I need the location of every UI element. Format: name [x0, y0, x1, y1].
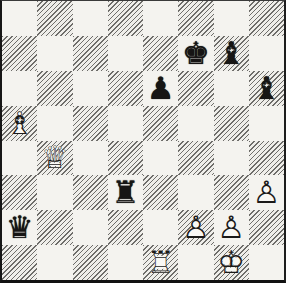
square-e2[interactable] — [143, 210, 178, 245]
square-e4[interactable] — [143, 141, 178, 176]
piece-white-pawn[interactable]: ♟♙ — [214, 210, 249, 245]
square-a8[interactable] — [2, 1, 37, 36]
square-a6[interactable] — [2, 71, 37, 106]
square-f4[interactable] — [178, 141, 213, 176]
square-f3[interactable] — [178, 175, 213, 210]
square-c7[interactable] — [73, 36, 108, 71]
square-c8[interactable] — [73, 1, 108, 36]
chess-diagram: ♚♝♟♝♝♗♛♕♜♟♙♛♟♙♟♙♜♖♚♔ — [0, 0, 286, 283]
square-h7[interactable] — [249, 36, 284, 71]
white-bishop-outline: ♗ — [6, 108, 34, 139]
square-c5[interactable] — [73, 106, 108, 141]
square-g1[interactable]: ♚♔ — [214, 245, 249, 280]
square-f5[interactable] — [178, 106, 213, 141]
square-b3[interactable] — [37, 175, 72, 210]
square-c3[interactable] — [73, 175, 108, 210]
piece-white-queen[interactable]: ♛♕ — [37, 141, 72, 176]
piece-white-king[interactable]: ♚♔ — [214, 245, 249, 280]
square-c1[interactable] — [73, 245, 108, 280]
square-e8[interactable] — [143, 1, 178, 36]
piece-black-king[interactable]: ♚ — [178, 36, 213, 71]
piece-black-bishop[interactable]: ♝ — [214, 36, 249, 71]
square-g2[interactable]: ♟♙ — [214, 210, 249, 245]
square-d3[interactable]: ♜ — [108, 175, 143, 210]
square-a7[interactable] — [2, 36, 37, 71]
black-pawn-glyph: ♟ — [147, 73, 175, 104]
square-a2[interactable]: ♛ — [2, 210, 37, 245]
white-pawn-outline: ♙ — [217, 212, 245, 243]
square-f7[interactable]: ♚ — [178, 36, 213, 71]
piece-black-queen[interactable]: ♛ — [2, 210, 37, 245]
piece-white-pawn[interactable]: ♟♙ — [249, 175, 284, 210]
square-a1[interactable] — [2, 245, 37, 280]
square-f6[interactable] — [178, 71, 213, 106]
square-h8[interactable] — [249, 1, 284, 36]
square-e5[interactable] — [143, 106, 178, 141]
square-g6[interactable] — [214, 71, 249, 106]
white-pawn-outline: ♙ — [252, 177, 280, 208]
white-king-outline: ♔ — [217, 247, 245, 278]
black-bishop-glyph: ♝ — [217, 38, 245, 69]
piece-white-rook[interactable]: ♜♖ — [143, 245, 178, 280]
square-d4[interactable] — [108, 141, 143, 176]
square-c6[interactable] — [73, 71, 108, 106]
square-e7[interactable] — [143, 36, 178, 71]
square-d1[interactable] — [108, 245, 143, 280]
square-b2[interactable] — [37, 210, 72, 245]
black-king-glyph: ♚ — [182, 38, 210, 69]
square-f8[interactable] — [178, 1, 213, 36]
black-queen-glyph: ♛ — [6, 212, 34, 243]
square-h3[interactable]: ♟♙ — [249, 175, 284, 210]
square-b5[interactable] — [37, 106, 72, 141]
square-a5[interactable]: ♝♗ — [2, 106, 37, 141]
square-d7[interactable] — [108, 36, 143, 71]
square-e6[interactable]: ♟ — [143, 71, 178, 106]
piece-black-rook[interactable]: ♜ — [108, 175, 143, 210]
piece-black-pawn[interactable]: ♟ — [143, 71, 178, 106]
piece-white-pawn[interactable]: ♟♙ — [178, 210, 213, 245]
square-e1[interactable]: ♜♖ — [143, 245, 178, 280]
square-h4[interactable] — [249, 141, 284, 176]
white-rook-outline: ♖ — [147, 247, 175, 278]
square-a4[interactable] — [2, 141, 37, 176]
square-b1[interactable] — [37, 245, 72, 280]
square-g4[interactable] — [214, 141, 249, 176]
square-h1[interactable] — [249, 245, 284, 280]
square-b8[interactable] — [37, 1, 72, 36]
square-d5[interactable] — [108, 106, 143, 141]
square-a3[interactable] — [2, 175, 37, 210]
square-d8[interactable] — [108, 1, 143, 36]
square-c2[interactable] — [73, 210, 108, 245]
square-g5[interactable] — [214, 106, 249, 141]
square-b7[interactable] — [37, 36, 72, 71]
square-h2[interactable] — [249, 210, 284, 245]
white-pawn-outline: ♙ — [182, 212, 210, 243]
square-d2[interactable] — [108, 210, 143, 245]
chessboard: ♚♝♟♝♝♗♛♕♜♟♙♛♟♙♟♙♜♖♚♔ — [0, 0, 286, 283]
square-e3[interactable] — [143, 175, 178, 210]
square-f2[interactable]: ♟♙ — [178, 210, 213, 245]
square-h5[interactable] — [249, 106, 284, 141]
black-bishop-glyph: ♝ — [252, 73, 280, 104]
square-d6[interactable] — [108, 71, 143, 106]
black-rook-glyph: ♜ — [111, 177, 139, 208]
piece-black-bishop[interactable]: ♝ — [249, 71, 284, 106]
square-c4[interactable] — [73, 141, 108, 176]
square-f1[interactable] — [178, 245, 213, 280]
square-g8[interactable] — [214, 1, 249, 36]
square-h6[interactable]: ♝ — [249, 71, 284, 106]
piece-white-bishop[interactable]: ♝♗ — [2, 106, 37, 141]
square-g7[interactable]: ♝ — [214, 36, 249, 71]
square-g3[interactable] — [214, 175, 249, 210]
square-b6[interactable] — [37, 71, 72, 106]
square-b4[interactable]: ♛♕ — [37, 141, 72, 176]
white-queen-outline: ♕ — [41, 142, 69, 173]
